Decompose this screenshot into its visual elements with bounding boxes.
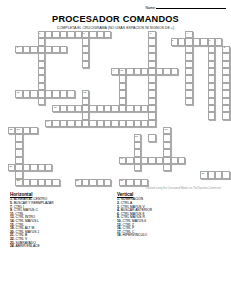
blocked-cell	[89, 46, 96, 53]
blocked-cell	[215, 98, 222, 105]
grid-cell[interactable]	[75, 120, 82, 127]
grid-cell[interactable]	[141, 120, 148, 127]
grid-cell[interactable]: 23	[75, 179, 82, 186]
grid-cell[interactable]	[82, 179, 89, 186]
grid-cell[interactable]	[126, 105, 133, 112]
grid-cell[interactable]: 20	[8, 164, 15, 171]
grid-cell[interactable]	[208, 46, 215, 53]
grid-cell[interactable]	[15, 134, 22, 141]
blocked-cell	[52, 157, 59, 164]
blocked-cell	[38, 105, 45, 112]
grid-cell[interactable]	[185, 38, 192, 45]
grid-cell[interactable]	[185, 83, 192, 90]
blocked-cell	[104, 164, 111, 171]
blocked-cell	[126, 83, 133, 90]
blocked-cell	[178, 75, 185, 82]
grid-cell[interactable]	[119, 105, 126, 112]
blocked-cell	[97, 171, 104, 178]
grid-cell[interactable]	[134, 179, 141, 186]
grid-cell[interactable]	[148, 134, 155, 141]
grid-cell[interactable]	[23, 164, 30, 171]
grid-cell[interactable]	[52, 90, 59, 97]
blocked-cell	[126, 142, 133, 149]
blocked-cell	[193, 61, 200, 68]
blocked-cell	[8, 157, 15, 164]
grid-cell[interactable]	[67, 120, 74, 127]
grid-cell[interactable]	[148, 38, 155, 45]
grid-cell[interactable]	[60, 105, 67, 112]
blocked-cell	[30, 112, 37, 119]
grid-cell[interactable]	[75, 105, 82, 112]
blocked-cell	[8, 149, 15, 156]
grid-cell[interactable]	[67, 90, 74, 97]
grid-cell[interactable]	[30, 127, 37, 134]
blocked-cell	[23, 120, 30, 127]
blocked-cell	[89, 157, 96, 164]
grid-cell[interactable]	[148, 105, 155, 112]
blocked-cell	[215, 164, 222, 171]
grid-cell[interactable]	[119, 75, 126, 82]
blocked-cell	[141, 142, 148, 149]
grid-cell[interactable]	[185, 98, 192, 105]
blocked-cell	[141, 75, 148, 82]
blocked-cell	[30, 134, 37, 141]
grid-cell[interactable]	[193, 38, 200, 45]
grid-cell[interactable]	[97, 179, 104, 186]
blocked-cell	[60, 38, 67, 45]
grid-cell[interactable]	[156, 68, 163, 75]
grid-cell[interactable]	[15, 149, 22, 156]
cell-number: 16	[17, 128, 20, 131]
grid-cell[interactable]	[82, 46, 89, 53]
blocked-cell	[23, 68, 30, 75]
grid-cell[interactable]	[200, 38, 207, 45]
grid-cell[interactable]	[208, 61, 215, 68]
blocked-cell	[15, 68, 22, 75]
grid-cell[interactable]	[82, 53, 89, 60]
blocked-cell	[156, 127, 163, 134]
blocked-cell	[156, 142, 163, 149]
down-clues-section: Vertical 1. NUMERACIÓN2. CTRL A3. CTRL M…	[117, 192, 222, 238]
grid-cell[interactable]	[82, 38, 89, 45]
grid-cell[interactable]	[38, 90, 45, 97]
grid-cell[interactable]	[23, 179, 30, 186]
grid-cell[interactable]	[126, 157, 133, 164]
cell-number: 11	[17, 91, 20, 94]
blocked-cell	[52, 164, 59, 171]
cell-number: 12	[83, 91, 86, 94]
grid-cell[interactable]: 12	[82, 90, 89, 97]
grid-cell[interactable]	[104, 179, 111, 186]
blocked-cell	[23, 61, 30, 68]
blocked-cell	[222, 157, 229, 164]
grid-cell[interactable]	[119, 90, 126, 97]
blocked-cell	[111, 53, 118, 60]
grid-cell[interactable]: 7	[15, 46, 22, 53]
blocked-cell	[215, 112, 222, 119]
grid-cell[interactable]: 24	[119, 179, 126, 186]
blocked-cell	[222, 142, 229, 149]
grid-cell[interactable]	[111, 105, 118, 112]
grid-cell[interactable]: 13	[52, 105, 59, 112]
grid-cell[interactable]: 19	[119, 157, 126, 164]
blocked-cell	[67, 179, 74, 186]
cell-number: 21	[202, 172, 205, 175]
grid-cell[interactable]	[185, 68, 192, 75]
blocked-cell	[104, 171, 111, 178]
grid-cell[interactable]	[222, 61, 229, 68]
blocked-cell	[45, 112, 52, 119]
grid-cell[interactable]: 14	[45, 120, 52, 127]
grid-cell[interactable]	[208, 68, 215, 75]
blocked-cell	[97, 127, 104, 134]
blocked-cell	[193, 112, 200, 119]
grid-cell[interactable]	[104, 105, 111, 112]
grid-cell[interactable]	[148, 83, 155, 90]
grid-cell[interactable]: 11	[15, 90, 22, 97]
grid-cell[interactable]	[38, 68, 45, 75]
grid-cell[interactable]	[222, 112, 229, 119]
blocked-cell	[193, 31, 200, 38]
grid-cell[interactable]	[148, 98, 155, 105]
blocked-cell	[126, 149, 133, 156]
grid-cell[interactable]	[134, 68, 141, 75]
name-field[interactable]: Name:	[145, 5, 226, 10]
grid-cell[interactable]: 8	[222, 46, 229, 53]
grid-cell[interactable]	[15, 171, 22, 178]
blocked-cell	[104, 75, 111, 82]
blocked-cell	[111, 157, 118, 164]
grid-cell[interactable]	[126, 179, 133, 186]
grid-cell[interactable]	[163, 149, 170, 156]
grid-cell[interactable]	[222, 68, 229, 75]
crossword-grid[interactable]: 123456789101112131415161718192021222324	[8, 31, 230, 186]
blocked-cell	[89, 164, 96, 171]
grid-cell[interactable]	[60, 90, 67, 97]
grid-cell[interactable]	[178, 38, 185, 45]
grid-cell[interactable]	[163, 142, 170, 149]
grid-cell[interactable]	[67, 31, 74, 38]
grid-cell[interactable]	[148, 112, 155, 119]
grid-cell[interactable]	[148, 90, 155, 97]
cell-number: 9	[113, 69, 114, 72]
grid-cell[interactable]	[15, 164, 22, 171]
blocked-cell	[75, 112, 82, 119]
cell-number: 20	[9, 165, 12, 168]
grid-cell[interactable]: 5	[171, 38, 178, 45]
blocked-cell	[23, 38, 30, 45]
blocked-cell	[30, 61, 37, 68]
grid-cell[interactable]	[134, 120, 141, 127]
grid-cell[interactable]	[75, 31, 82, 38]
blocked-cell	[60, 171, 67, 178]
grid-cell[interactable]	[148, 61, 155, 68]
blocked-cell	[104, 53, 111, 60]
blocked-cell	[75, 164, 82, 171]
grid-cell[interactable]	[111, 120, 118, 127]
blocked-cell	[134, 83, 141, 90]
grid-cell[interactable]	[23, 46, 30, 53]
grid-cell[interactable]	[163, 157, 170, 164]
blocked-cell	[178, 83, 185, 90]
grid-cell[interactable]	[208, 90, 215, 97]
grid-cell[interactable]	[45, 164, 52, 171]
blocked-cell	[15, 83, 22, 90]
blocked-cell	[193, 157, 200, 164]
grid-cell[interactable]	[148, 75, 155, 82]
grid-cell[interactable]	[52, 120, 59, 127]
grid-cell[interactable]	[119, 83, 126, 90]
blocked-cell	[208, 164, 215, 171]
grid-cell[interactable]	[30, 179, 37, 186]
grid-cell[interactable]	[15, 142, 22, 149]
grid-cell[interactable]	[141, 68, 148, 75]
grid-cell[interactable]	[38, 179, 45, 186]
grid-cell[interactable]	[67, 105, 74, 112]
grid-cell[interactable]	[97, 105, 104, 112]
grid-cell[interactable]	[38, 164, 45, 171]
grid-cell[interactable]	[45, 90, 52, 97]
grid-cell[interactable]: 17	[163, 127, 170, 134]
grid-cell[interactable]: 21	[200, 171, 207, 178]
blocked-cell	[15, 53, 22, 60]
blocked-cell	[52, 149, 59, 156]
blocked-cell	[119, 164, 126, 171]
blocked-cell	[185, 157, 192, 164]
grid-cell[interactable]	[45, 179, 52, 186]
blocked-cell	[67, 98, 74, 105]
blocked-cell	[45, 171, 52, 178]
blocked-cell	[97, 68, 104, 75]
blocked-cell	[111, 38, 118, 45]
blocked-cell	[200, 149, 207, 156]
blocked-cell	[215, 90, 222, 97]
grid-cell[interactable]	[104, 31, 111, 38]
grid-cell[interactable]	[60, 46, 67, 53]
blocked-cell	[156, 120, 163, 127]
grid-cell[interactable]	[82, 120, 89, 127]
blocked-cell	[171, 112, 178, 119]
blocked-cell	[75, 98, 82, 105]
grid-cell[interactable]	[163, 164, 170, 171]
grid-cell[interactable]	[171, 157, 178, 164]
grid-cell[interactable]: 6	[208, 38, 215, 45]
grid-cell[interactable]: 2	[82, 31, 89, 38]
blocked-cell	[82, 68, 89, 75]
blocked-cell	[178, 142, 185, 149]
grid-cell[interactable]	[104, 120, 111, 127]
blocked-cell	[126, 61, 133, 68]
blocked-cell	[89, 127, 96, 134]
grid-cell[interactable]	[38, 38, 45, 45]
grid-cell[interactable]	[134, 105, 141, 112]
grid-cell[interactable]	[38, 98, 45, 105]
grid-cell[interactable]	[148, 68, 155, 75]
name-blank-line[interactable]	[156, 5, 226, 9]
blocked-cell	[163, 75, 170, 82]
blocked-cell	[200, 142, 207, 149]
blocked-cell	[45, 127, 52, 134]
grid-cell[interactable]	[38, 46, 45, 53]
grid-cell[interactable]	[89, 31, 96, 38]
grid-cell[interactable]	[38, 53, 45, 60]
grid-cell[interactable]	[134, 164, 141, 171]
grid-cell[interactable]	[185, 75, 192, 82]
blocked-cell	[193, 53, 200, 60]
grid-cell[interactable]	[38, 75, 45, 82]
blocked-cell	[163, 179, 170, 186]
grid-cell[interactable]	[126, 68, 133, 75]
grid-cell[interactable]	[119, 98, 126, 105]
grid-cell[interactable]	[45, 31, 52, 38]
grid-cell[interactable]	[89, 179, 96, 186]
grid-cell[interactable]	[126, 120, 133, 127]
blocked-cell	[45, 53, 52, 60]
blocked-cell	[104, 68, 111, 75]
blocked-cell	[156, 105, 163, 112]
grid-cell[interactable]: 18	[134, 134, 141, 141]
grid-cell[interactable]	[97, 31, 104, 38]
grid-cell[interactable]	[38, 61, 45, 68]
grid-cell[interactable]	[60, 120, 67, 127]
blocked-cell	[23, 157, 30, 164]
cell-number: 6	[209, 39, 210, 42]
blocked-cell	[67, 127, 74, 134]
blocked-cell	[163, 83, 170, 90]
grid-cell[interactable]: 1	[38, 31, 45, 38]
across-clues-list: 1. ALINEAR AL CENTRO5. BUSCAR Y REEMPLAZ…	[10, 198, 110, 248]
grid-cell[interactable]	[208, 83, 215, 90]
grid-cell[interactable]	[52, 46, 59, 53]
cell-number: 10	[120, 69, 123, 72]
grid-cell[interactable]	[148, 120, 155, 127]
grid-cell[interactable]	[60, 31, 67, 38]
grid-cell[interactable]	[208, 98, 215, 105]
grid-cell[interactable]	[30, 164, 37, 171]
blocked-cell	[193, 149, 200, 156]
grid-cell[interactable]	[163, 134, 170, 141]
blocked-cell	[119, 134, 126, 141]
grid-cell[interactable]	[141, 105, 148, 112]
grid-cell[interactable]	[171, 68, 178, 75]
blocked-cell	[89, 61, 96, 68]
grid-cell[interactable]	[185, 46, 192, 53]
blocked-cell	[38, 112, 45, 119]
grid-cell[interactable]	[156, 157, 163, 164]
grid-cell[interactable]	[134, 142, 141, 149]
blocked-cell	[215, 46, 222, 53]
blocked-cell	[52, 75, 59, 82]
grid-cell[interactable]	[185, 90, 192, 97]
grid-cell[interactable]: 22	[15, 179, 22, 186]
grid-cell[interactable]	[222, 98, 229, 105]
grid-cell[interactable]	[185, 53, 192, 60]
grid-cell[interactable]	[222, 75, 229, 82]
blocked-cell	[104, 142, 111, 149]
blocked-cell	[134, 112, 141, 119]
grid-cell[interactable]	[23, 127, 30, 134]
grid-cell[interactable]	[23, 90, 30, 97]
grid-cell[interactable]: 9	[111, 68, 118, 75]
grid-cell[interactable]	[97, 120, 104, 127]
blocked-cell	[193, 120, 200, 127]
grid-cell[interactable]	[82, 105, 89, 112]
cell-number: 2	[83, 32, 84, 35]
grid-cell[interactable]	[163, 68, 170, 75]
blocked-cell	[104, 134, 111, 141]
blocked-cell	[193, 171, 200, 178]
grid-cell[interactable]: 4	[185, 31, 192, 38]
grid-cell[interactable]	[208, 105, 215, 112]
grid-cell[interactable]	[30, 46, 37, 53]
grid-cell[interactable]	[89, 120, 96, 127]
grid-cell[interactable]	[141, 157, 148, 164]
grid-cell[interactable]	[148, 53, 155, 60]
cell-number: 19	[120, 157, 123, 160]
grid-cell[interactable]	[222, 53, 229, 60]
blocked-cell	[30, 142, 37, 149]
grid-cell[interactable]	[208, 112, 215, 119]
blocked-cell	[111, 90, 118, 97]
blocked-cell	[52, 38, 59, 45]
blocked-cell	[185, 127, 192, 134]
grid-cell[interactable]: 16	[15, 127, 22, 134]
grid-cell[interactable]	[208, 171, 215, 178]
blocked-cell	[52, 127, 59, 134]
blocked-cell	[82, 134, 89, 141]
grid-cell[interactable]	[52, 179, 59, 186]
grid-cell[interactable]	[222, 171, 229, 178]
grid-cell[interactable]	[185, 61, 192, 68]
grid-cell[interactable]	[222, 83, 229, 90]
grid-cell[interactable]	[215, 171, 222, 178]
grid-cell[interactable]	[148, 46, 155, 53]
grid-cell[interactable]	[222, 105, 229, 112]
grid-cell[interactable]	[222, 90, 229, 97]
grid-cell[interactable]: 3	[148, 31, 155, 38]
grid-cell[interactable]	[141, 179, 148, 186]
blocked-cell	[119, 46, 126, 53]
grid-cell[interactable]: 15	[8, 127, 15, 134]
blocked-cell	[156, 31, 163, 38]
grid-cell[interactable]	[15, 157, 22, 164]
grid-cell[interactable]	[82, 61, 89, 68]
blocked-cell	[30, 105, 37, 112]
grid-cell[interactable]	[45, 46, 52, 53]
blocked-cell	[45, 142, 52, 149]
blocked-cell	[200, 98, 207, 105]
grid-cell[interactable]: 10	[119, 68, 126, 75]
grid-cell[interactable]	[208, 75, 215, 82]
blocked-cell	[52, 134, 59, 141]
grid-cell[interactable]	[134, 157, 141, 164]
grid-cell[interactable]	[134, 149, 141, 156]
grid-cell[interactable]	[119, 120, 126, 127]
grid-cell[interactable]	[82, 98, 89, 105]
blocked-cell	[215, 134, 222, 141]
grid-cell[interactable]	[30, 90, 37, 97]
blocked-cell	[200, 120, 207, 127]
grid-cell[interactable]	[215, 38, 222, 45]
blocked-cell	[67, 38, 74, 45]
grid-cell[interactable]	[52, 31, 59, 38]
grid-cell[interactable]	[38, 83, 45, 90]
grid-cell[interactable]	[178, 157, 185, 164]
grid-cell[interactable]	[208, 53, 215, 60]
grid-cell[interactable]	[82, 112, 89, 119]
grid-cell[interactable]	[89, 105, 96, 112]
grid-cell[interactable]	[148, 157, 155, 164]
